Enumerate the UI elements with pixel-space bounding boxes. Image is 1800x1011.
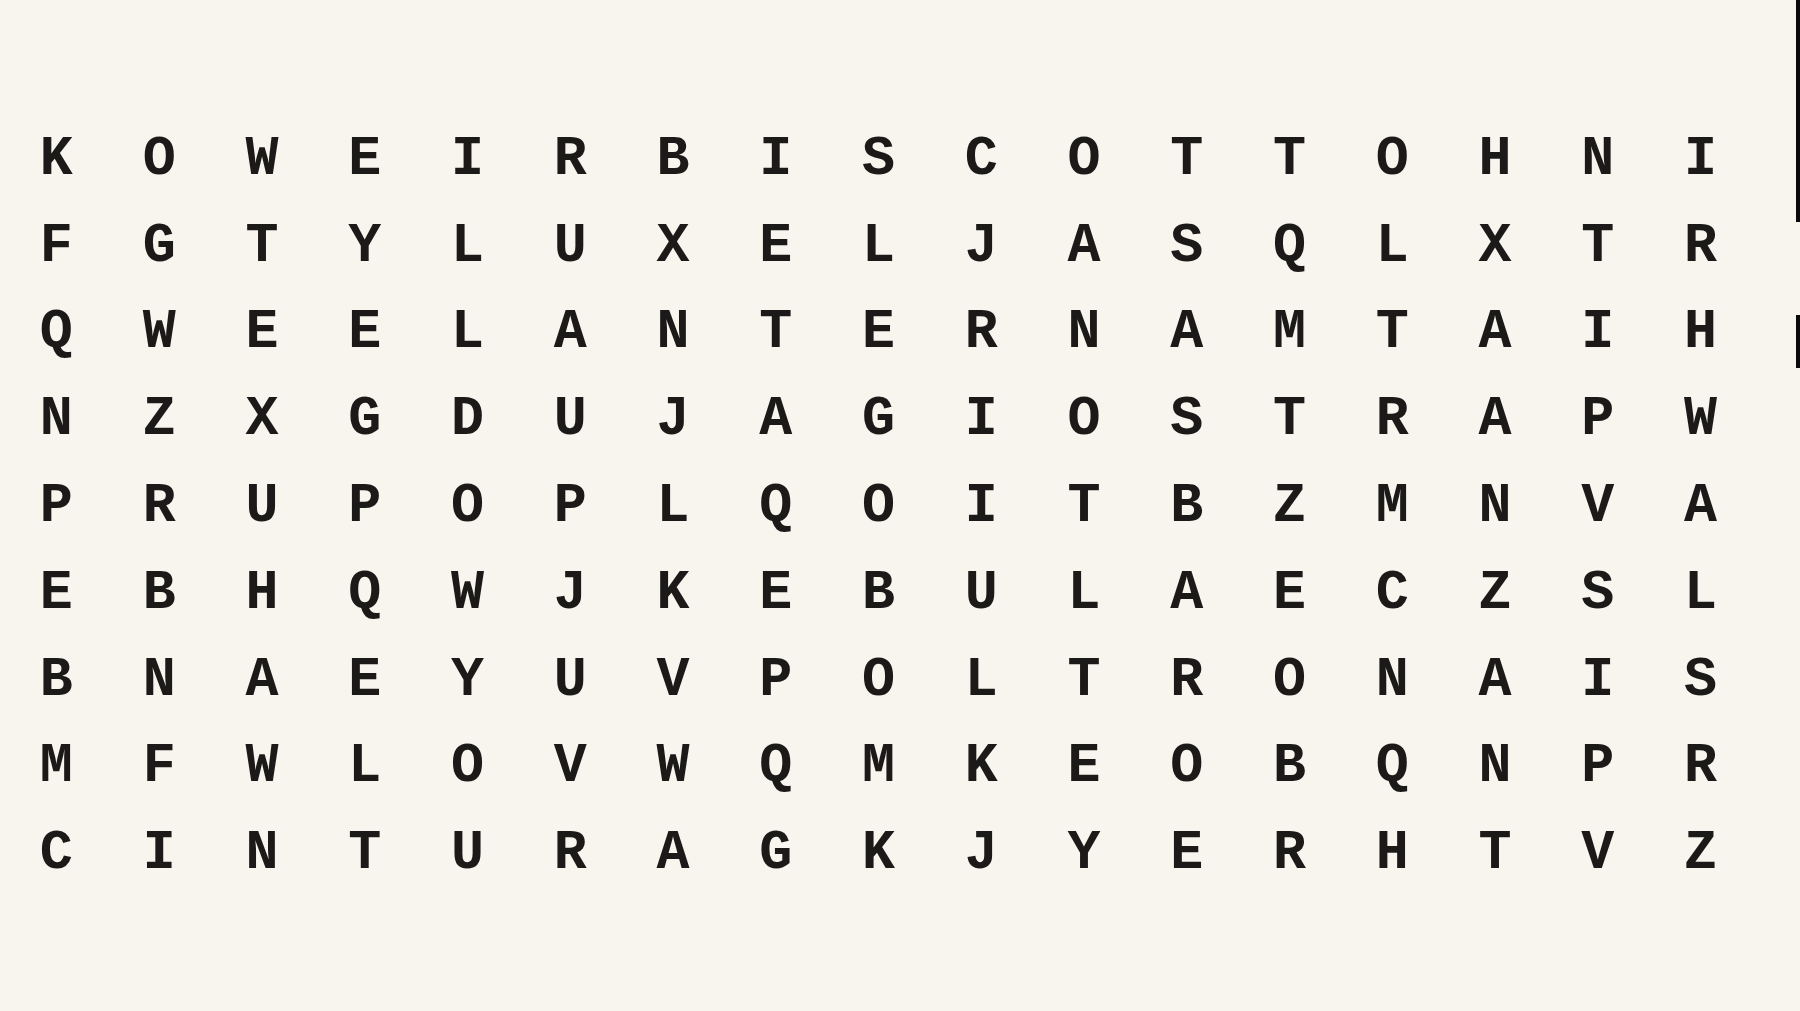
grid-cell[interactable]: G bbox=[313, 376, 416, 463]
grid-cell[interactable]: Z bbox=[108, 376, 211, 463]
grid-cell[interactable]: S bbox=[1649, 637, 1752, 724]
grid-cell[interactable]: K bbox=[622, 550, 725, 637]
grid-cell[interactable]: V bbox=[1546, 810, 1649, 897]
grid-cell[interactable]: O bbox=[108, 116, 211, 203]
grid-cell[interactable]: A bbox=[622, 810, 725, 897]
grid-cell[interactable]: E bbox=[313, 290, 416, 377]
grid-cell[interactable]: R bbox=[1649, 723, 1752, 810]
grid-cell[interactable]: X bbox=[211, 376, 314, 463]
grid-cell[interactable]: J bbox=[519, 550, 622, 637]
grid-cell[interactable]: C bbox=[930, 116, 1033, 203]
grid-cell[interactable]: R bbox=[519, 810, 622, 897]
grid-cell[interactable]: L bbox=[416, 203, 519, 290]
grid-cell[interactable]: T bbox=[313, 810, 416, 897]
grid-cell[interactable]: B bbox=[108, 550, 211, 637]
grid-cell[interactable]: D bbox=[416, 376, 519, 463]
grid-cell[interactable]: U bbox=[211, 463, 314, 550]
grid-cell[interactable]: R bbox=[1341, 376, 1444, 463]
grid-cell[interactable]: P bbox=[1546, 376, 1649, 463]
grid-cell[interactable]: N bbox=[1444, 723, 1547, 810]
grid-cell[interactable]: I bbox=[1546, 637, 1649, 724]
grid-cell[interactable]: L bbox=[313, 723, 416, 810]
grid-cell[interactable]: R bbox=[519, 116, 622, 203]
grid-cell[interactable]: E bbox=[1135, 810, 1238, 897]
grid-cell[interactable]: H bbox=[1444, 116, 1547, 203]
grid-cell[interactable]: R bbox=[1135, 637, 1238, 724]
grid-cell[interactable]: O bbox=[827, 463, 930, 550]
grid-cell[interactable]: L bbox=[1033, 550, 1136, 637]
grid-cell[interactable]: O bbox=[416, 723, 519, 810]
grid-cell[interactable]: Q bbox=[313, 550, 416, 637]
grid-cell[interactable]: H bbox=[1649, 290, 1752, 377]
grid-cell[interactable]: X bbox=[1444, 203, 1547, 290]
grid-cell[interactable]: F bbox=[5, 203, 108, 290]
grid-cell[interactable]: I bbox=[1649, 116, 1752, 203]
grid-cell[interactable]: T bbox=[1341, 290, 1444, 377]
grid-cell[interactable]: N bbox=[1033, 290, 1136, 377]
grid-cell[interactable]: Q bbox=[724, 463, 827, 550]
grid-cell[interactable]: M bbox=[1238, 290, 1341, 377]
grid-cell[interactable]: A bbox=[1649, 463, 1752, 550]
grid-cell[interactable]: T bbox=[1546, 203, 1649, 290]
grid-cell[interactable]: U bbox=[519, 637, 622, 724]
grid-cell[interactable]: H bbox=[211, 550, 314, 637]
grid-cell[interactable]: V bbox=[1546, 463, 1649, 550]
grid-cell[interactable]: N bbox=[622, 290, 725, 377]
grid-cell[interactable]: U bbox=[519, 376, 622, 463]
grid-cell[interactable]: A bbox=[724, 376, 827, 463]
grid-cell[interactable]: Z bbox=[1238, 463, 1341, 550]
grid-cell[interactable]: Q bbox=[5, 290, 108, 377]
grid-cell[interactable]: W bbox=[211, 116, 314, 203]
grid-cell[interactable]: P bbox=[5, 463, 108, 550]
grid-cell[interactable]: S bbox=[1135, 376, 1238, 463]
grid-cell[interactable]: E bbox=[724, 550, 827, 637]
grid-cell[interactable]: M bbox=[1341, 463, 1444, 550]
grid-cell[interactable]: A bbox=[211, 637, 314, 724]
grid-cell[interactable]: U bbox=[930, 550, 1033, 637]
grid-cell[interactable]: L bbox=[827, 203, 930, 290]
grid-cell[interactable]: T bbox=[211, 203, 314, 290]
grid-cell[interactable]: B bbox=[827, 550, 930, 637]
grid-cell[interactable]: A bbox=[1135, 550, 1238, 637]
grid-cell[interactable]: R bbox=[930, 290, 1033, 377]
grid-cell[interactable]: T bbox=[724, 290, 827, 377]
grid-cell[interactable]: Q bbox=[1341, 723, 1444, 810]
grid-cell[interactable]: I bbox=[1546, 290, 1649, 377]
grid-cell[interactable]: L bbox=[622, 463, 725, 550]
grid-cell[interactable]: E bbox=[724, 203, 827, 290]
grid-cell[interactable]: W bbox=[622, 723, 725, 810]
grid-cell[interactable]: V bbox=[622, 637, 725, 724]
grid-cell[interactable]: F bbox=[108, 723, 211, 810]
grid-cell[interactable]: I bbox=[930, 463, 1033, 550]
grid-cell[interactable]: W bbox=[1649, 376, 1752, 463]
grid-cell[interactable]: T bbox=[1033, 463, 1136, 550]
grid-cell[interactable]: O bbox=[1135, 723, 1238, 810]
grid-cell[interactable]: G bbox=[827, 376, 930, 463]
grid-cell[interactable]: J bbox=[930, 203, 1033, 290]
grid-cell[interactable]: Z bbox=[1444, 550, 1547, 637]
grid-cell[interactable]: W bbox=[211, 723, 314, 810]
grid-cell[interactable]: Q bbox=[1238, 203, 1341, 290]
grid-cell[interactable]: Y bbox=[1033, 810, 1136, 897]
word-search-board: KOWEIRBISCOTTOHNIFGTYLUXELJASQLXTRQWEELA… bbox=[0, 0, 1800, 1011]
grid-cell[interactable]: I bbox=[416, 116, 519, 203]
grid-cell[interactable]: J bbox=[622, 376, 725, 463]
grid-cell[interactable]: N bbox=[1341, 637, 1444, 724]
grid-cell[interactable]: T bbox=[1135, 116, 1238, 203]
grid-cell[interactable]: Q bbox=[724, 723, 827, 810]
grid-cell[interactable]: M bbox=[5, 723, 108, 810]
grid-cell[interactable]: S bbox=[1546, 550, 1649, 637]
grid-cell[interactable]: I bbox=[108, 810, 211, 897]
grid-cell[interactable]: A bbox=[1135, 290, 1238, 377]
screen-edge-artifact-top bbox=[1796, 0, 1800, 222]
grid-cell[interactable]: U bbox=[519, 203, 622, 290]
grid-cell[interactable]: G bbox=[724, 810, 827, 897]
grid-cell[interactable]: P bbox=[313, 463, 416, 550]
grid-cell[interactable]: E bbox=[313, 116, 416, 203]
grid-cell[interactable]: T bbox=[1238, 116, 1341, 203]
grid-cell[interactable]: O bbox=[1033, 116, 1136, 203]
grid-cell[interactable]: L bbox=[1649, 550, 1752, 637]
grid-cell[interactable]: K bbox=[5, 116, 108, 203]
grid-cell[interactable]: T bbox=[1238, 376, 1341, 463]
grid-cell[interactable]: L bbox=[1341, 203, 1444, 290]
grid-cell[interactable]: E bbox=[5, 550, 108, 637]
grid-cell[interactable]: X bbox=[622, 203, 725, 290]
grid-cell[interactable]: B bbox=[5, 637, 108, 724]
grid-cell[interactable]: T bbox=[1444, 810, 1547, 897]
grid-cell[interactable]: I bbox=[724, 116, 827, 203]
grid-cell[interactable]: Y bbox=[313, 203, 416, 290]
grid-cell[interactable]: R bbox=[108, 463, 211, 550]
grid-cell[interactable]: N bbox=[5, 376, 108, 463]
grid-cell[interactable]: V bbox=[519, 723, 622, 810]
grid-cell[interactable]: O bbox=[827, 637, 930, 724]
grid-cell[interactable]: A bbox=[1444, 290, 1547, 377]
grid-cell[interactable]: S bbox=[827, 116, 930, 203]
grid-cell[interactable]: J bbox=[930, 810, 1033, 897]
grid-cell[interactable]: M bbox=[827, 723, 930, 810]
grid-cell[interactable]: O bbox=[1238, 637, 1341, 724]
grid-cell[interactable]: S bbox=[1135, 203, 1238, 290]
grid-cell[interactable]: C bbox=[1341, 550, 1444, 637]
grid-cell[interactable]: W bbox=[416, 550, 519, 637]
grid-cell[interactable]: A bbox=[1444, 637, 1547, 724]
grid-cell[interactable]: H bbox=[1341, 810, 1444, 897]
grid-cell[interactable]: E bbox=[313, 637, 416, 724]
grid-cell[interactable]: Y bbox=[416, 637, 519, 724]
grid-cell[interactable]: B bbox=[1135, 463, 1238, 550]
grid-cell[interactable]: B bbox=[1238, 723, 1341, 810]
screen-edge-artifact-mid bbox=[1796, 315, 1800, 368]
grid-cell[interactable]: A bbox=[1033, 203, 1136, 290]
grid-cell[interactable]: E bbox=[1033, 723, 1136, 810]
grid-cell[interactable]: U bbox=[416, 810, 519, 897]
grid-cell[interactable]: O bbox=[416, 463, 519, 550]
grid-cell[interactable]: B bbox=[622, 116, 725, 203]
grid-cell[interactable]: L bbox=[416, 290, 519, 377]
grid-cell[interactable]: T bbox=[1033, 637, 1136, 724]
grid-cell[interactable]: O bbox=[1033, 376, 1136, 463]
grid-cell[interactable]: E bbox=[211, 290, 314, 377]
grid-cell[interactable]: Z bbox=[1649, 810, 1752, 897]
grid-cell[interactable]: L bbox=[930, 637, 1033, 724]
grid-cell[interactable]: P bbox=[724, 637, 827, 724]
grid-cell[interactable]: P bbox=[1546, 723, 1649, 810]
grid-cell[interactable]: C bbox=[5, 810, 108, 897]
grid-cell[interactable]: A bbox=[519, 290, 622, 377]
grid-cell[interactable]: N bbox=[1444, 463, 1547, 550]
grid-cell[interactable]: W bbox=[108, 290, 211, 377]
grid-cell[interactable]: N bbox=[108, 637, 211, 724]
grid-cell[interactable]: N bbox=[1546, 116, 1649, 203]
grid-cell[interactable]: O bbox=[1341, 116, 1444, 203]
grid-cell[interactable]: N bbox=[211, 810, 314, 897]
grid-cell[interactable]: G bbox=[108, 203, 211, 290]
grid-cell[interactable]: E bbox=[827, 290, 930, 377]
grid-cell[interactable]: R bbox=[1238, 810, 1341, 897]
grid-cell[interactable]: R bbox=[1649, 203, 1752, 290]
grid-cell[interactable]: K bbox=[827, 810, 930, 897]
grid-cell[interactable]: A bbox=[1444, 376, 1547, 463]
grid-cell[interactable]: P bbox=[519, 463, 622, 550]
grid-cell[interactable]: K bbox=[930, 723, 1033, 810]
grid-cell[interactable]: I bbox=[930, 376, 1033, 463]
grid-cell[interactable]: E bbox=[1238, 550, 1341, 637]
letter-grid: KOWEIRBISCOTTOHNIFGTYLUXELJASQLXTRQWEELA… bbox=[5, 116, 1752, 897]
